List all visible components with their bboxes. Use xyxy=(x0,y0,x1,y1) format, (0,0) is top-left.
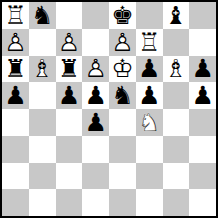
black-rook-piece[interactable]: ♜ xyxy=(56,56,83,83)
square-c4[interactable] xyxy=(56,109,83,136)
square-g5[interactable] xyxy=(163,82,190,109)
black-piece-glyph: ♜ xyxy=(4,56,26,81)
white-pawn-piece[interactable]: ♟♙ xyxy=(2,29,29,56)
square-h6[interactable]: ♟ xyxy=(189,56,216,83)
black-piece-glyph: ♟ xyxy=(84,110,106,135)
square-f4[interactable]: ♞♘ xyxy=(136,109,163,136)
square-c8[interactable] xyxy=(56,2,83,29)
chess-board: ♜♖♞♚♝♟♙♟♙♟♙♜♖♜♝♗♜♟♙♚♔♟♝♗♟♟♟♟♞♟♟♟♞♘ xyxy=(0,0,218,218)
square-a3[interactable] xyxy=(2,136,29,163)
square-e5[interactable]: ♞ xyxy=(109,82,136,109)
square-a8[interactable]: ♜♖ xyxy=(2,2,29,29)
black-bishop-piece[interactable]: ♝ xyxy=(163,2,190,29)
black-piece-glyph: ♟ xyxy=(58,83,80,108)
square-c2[interactable] xyxy=(56,163,83,190)
white-pawn-piece[interactable]: ♟♙ xyxy=(82,56,109,83)
square-f6[interactable]: ♟ xyxy=(136,56,163,83)
black-pawn-piece[interactable]: ♟ xyxy=(82,82,109,109)
square-c7[interactable]: ♟♙ xyxy=(56,29,83,56)
square-b7[interactable] xyxy=(29,29,56,56)
square-f5[interactable]: ♟ xyxy=(136,82,163,109)
square-a1[interactable] xyxy=(2,189,29,216)
white-bishop-piece[interactable]: ♝♗ xyxy=(29,56,56,83)
black-piece-glyph: ♝ xyxy=(165,3,187,28)
white-piece-outline-glyph: ♙ xyxy=(84,56,106,81)
square-a2[interactable] xyxy=(2,163,29,190)
square-h2[interactable] xyxy=(189,163,216,190)
square-e6[interactable]: ♚♔ xyxy=(109,56,136,83)
square-f1[interactable] xyxy=(136,189,163,216)
black-piece-glyph: ♞ xyxy=(31,3,53,28)
white-pawn-piece[interactable]: ♟♙ xyxy=(109,29,136,56)
square-g1[interactable] xyxy=(163,189,190,216)
white-rook-piece[interactable]: ♜♖ xyxy=(136,29,163,56)
square-h4[interactable] xyxy=(189,109,216,136)
black-piece-glyph: ♜ xyxy=(58,56,80,81)
black-piece-glyph: ♟ xyxy=(191,83,213,108)
square-b5[interactable] xyxy=(29,82,56,109)
white-bishop-piece[interactable]: ♝♗ xyxy=(163,56,190,83)
black-knight-piece[interactable]: ♞ xyxy=(109,82,136,109)
square-d2[interactable] xyxy=(82,163,109,190)
white-piece-outline-glyph: ♙ xyxy=(58,30,80,55)
black-pawn-piece[interactable]: ♟ xyxy=(136,56,163,83)
square-c6[interactable]: ♜ xyxy=(56,56,83,83)
white-piece-outline-glyph: ♗ xyxy=(165,56,187,81)
square-d8[interactable] xyxy=(82,2,109,29)
black-pawn-piece[interactable]: ♟ xyxy=(82,109,109,136)
square-g7[interactable] xyxy=(163,29,190,56)
black-knight-piece[interactable]: ♞ xyxy=(29,2,56,29)
black-king-piece[interactable]: ♚ xyxy=(109,2,136,29)
white-piece-outline-glyph: ♙ xyxy=(111,30,133,55)
square-d4[interactable]: ♟ xyxy=(82,109,109,136)
square-h1[interactable] xyxy=(189,189,216,216)
black-pawn-piece[interactable]: ♟ xyxy=(189,56,216,83)
white-piece-outline-glyph: ♙ xyxy=(4,30,26,55)
black-pawn-piece[interactable]: ♟ xyxy=(136,82,163,109)
square-h8[interactable] xyxy=(189,2,216,29)
white-knight-piece[interactable]: ♞♘ xyxy=(136,109,163,136)
square-c5[interactable]: ♟ xyxy=(56,82,83,109)
white-piece-outline-glyph: ♖ xyxy=(138,30,160,55)
square-a4[interactable] xyxy=(2,109,29,136)
square-e2[interactable] xyxy=(109,163,136,190)
square-g8[interactable]: ♝ xyxy=(163,2,190,29)
black-piece-glyph: ♟ xyxy=(4,83,26,108)
square-g6[interactable]: ♝♗ xyxy=(163,56,190,83)
square-b6[interactable]: ♝♗ xyxy=(29,56,56,83)
square-e7[interactable]: ♟♙ xyxy=(109,29,136,56)
square-c1[interactable] xyxy=(56,189,83,216)
black-piece-glyph: ♚ xyxy=(111,3,133,28)
square-h5[interactable]: ♟ xyxy=(189,82,216,109)
square-b3[interactable] xyxy=(29,136,56,163)
black-pawn-piece[interactable]: ♟ xyxy=(56,82,83,109)
black-piece-glyph: ♟ xyxy=(191,56,213,81)
square-b2[interactable] xyxy=(29,163,56,190)
square-e3[interactable] xyxy=(109,136,136,163)
square-a7[interactable]: ♟♙ xyxy=(2,29,29,56)
square-b1[interactable] xyxy=(29,189,56,216)
square-e8[interactable]: ♚ xyxy=(109,2,136,29)
square-a5[interactable]: ♟ xyxy=(2,82,29,109)
square-h7[interactable] xyxy=(189,29,216,56)
square-a6[interactable]: ♜ xyxy=(2,56,29,83)
square-f7[interactable]: ♜♖ xyxy=(136,29,163,56)
white-king-piece[interactable]: ♚♔ xyxy=(109,56,136,83)
square-g2[interactable] xyxy=(163,163,190,190)
square-d6[interactable]: ♟♙ xyxy=(82,56,109,83)
square-g4[interactable] xyxy=(163,109,190,136)
white-piece-outline-glyph: ♘ xyxy=(138,110,160,135)
square-b8[interactable]: ♞ xyxy=(29,2,56,29)
black-pawn-piece[interactable]: ♟ xyxy=(189,82,216,109)
square-e1[interactable] xyxy=(109,189,136,216)
square-g3[interactable] xyxy=(163,136,190,163)
square-d1[interactable] xyxy=(82,189,109,216)
square-e4[interactable] xyxy=(109,109,136,136)
square-h3[interactable] xyxy=(189,136,216,163)
white-rook-piece[interactable]: ♜♖ xyxy=(2,2,29,29)
black-piece-glyph: ♟ xyxy=(84,83,106,108)
square-d7[interactable] xyxy=(82,29,109,56)
black-piece-glyph: ♞ xyxy=(111,83,133,108)
square-f3[interactable] xyxy=(136,136,163,163)
white-piece-outline-glyph: ♖ xyxy=(4,3,26,28)
white-piece-outline-glyph: ♗ xyxy=(31,56,53,81)
black-piece-glyph: ♟ xyxy=(138,56,160,81)
square-f8[interactable] xyxy=(136,2,163,29)
black-piece-glyph: ♟ xyxy=(138,83,160,108)
black-pawn-piece[interactable]: ♟ xyxy=(2,82,29,109)
white-piece-outline-glyph: ♔ xyxy=(111,56,133,81)
square-d3[interactable] xyxy=(82,136,109,163)
square-d5[interactable]: ♟ xyxy=(82,82,109,109)
square-b4[interactable] xyxy=(29,109,56,136)
square-c3[interactable] xyxy=(56,136,83,163)
black-rook-piece[interactable]: ♜ xyxy=(2,56,29,83)
square-f2[interactable] xyxy=(136,163,163,190)
white-pawn-piece[interactable]: ♟♙ xyxy=(56,29,83,56)
